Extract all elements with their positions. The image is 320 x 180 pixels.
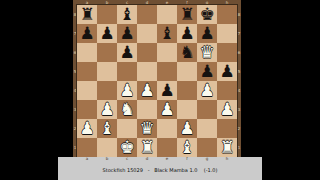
square-f8[interactable]: ♜: [177, 5, 197, 24]
square-b2[interactable]: ♝: [97, 119, 117, 138]
square-g1[interactable]: [197, 138, 217, 157]
white-pawn-c4[interactable]: ♟: [119, 81, 134, 100]
coord-label-7: 7: [237, 24, 241, 43]
coord-label-f: f: [177, 156, 197, 161]
square-g3[interactable]: [197, 100, 217, 119]
coord-label-b: b: [97, 156, 117, 161]
coord-label-1: 1: [237, 138, 241, 157]
square-a7[interactable]: ♟: [77, 24, 97, 43]
square-c7[interactable]: ♟: [117, 24, 137, 43]
square-f2[interactable]: ♟: [177, 119, 197, 138]
black-pawn-c7[interactable]: ♟: [119, 24, 134, 43]
white-king-c1[interactable]: ♚: [119, 138, 134, 157]
square-b7[interactable]: ♟: [97, 24, 117, 43]
square-a1[interactable]: [77, 138, 97, 157]
coord-label-4: 4: [237, 81, 241, 100]
white-pawn-e3[interactable]: ♟: [159, 100, 174, 119]
square-a6[interactable]: [77, 43, 97, 62]
black-pawn-g5[interactable]: ♟: [199, 62, 214, 81]
square-g2[interactable]: [197, 119, 217, 138]
white-rook-h1[interactable]: ♜: [219, 138, 234, 157]
square-d4[interactable]: ♟: [137, 81, 157, 100]
black-pawn-g7[interactable]: ♟: [199, 24, 214, 43]
black-rook-f8[interactable]: ♜: [179, 5, 194, 24]
square-f6[interactable]: ♞: [177, 43, 197, 62]
square-a8[interactable]: ♜: [77, 5, 97, 24]
square-b3[interactable]: ♟: [97, 100, 117, 119]
square-f4[interactable]: [177, 81, 197, 100]
square-e6[interactable]: [157, 43, 177, 62]
square-c8[interactable]: ♝: [117, 5, 137, 24]
coord-label-2: 2: [237, 119, 241, 138]
square-e2[interactable]: [157, 119, 177, 138]
video-frame: abcdefgh 87654321 ♜♝♜♚♟♟♟♝♟♟♟♞♛♟♟♟♟♟♟♟♞♟…: [0, 0, 320, 180]
square-c1[interactable]: ♚: [117, 138, 137, 157]
black-bishop-e7[interactable]: ♝: [159, 24, 174, 43]
square-c4[interactable]: ♟: [117, 81, 137, 100]
square-g6[interactable]: ♛: [197, 43, 217, 62]
coord-label-c: c: [117, 156, 137, 161]
square-h7[interactable]: [217, 24, 237, 43]
square-h5[interactable]: ♟: [217, 62, 237, 81]
coord-label-d: d: [137, 156, 157, 161]
white-bishop-f1[interactable]: ♝: [179, 138, 194, 157]
white-rook-d1[interactable]: ♜: [139, 138, 154, 157]
square-g8[interactable]: ♚: [197, 5, 217, 24]
square-g4[interactable]: ♟: [197, 81, 217, 100]
black-pawn-e4[interactable]: ♟: [159, 81, 174, 100]
square-f7[interactable]: ♟: [177, 24, 197, 43]
white-pawn-b3[interactable]: ♟: [99, 100, 114, 119]
white-pawn-g4[interactable]: ♟: [199, 81, 214, 100]
black-pawn-c6[interactable]: ♟: [119, 43, 134, 62]
white-queen-d2[interactable]: ♛: [139, 119, 154, 138]
square-d1[interactable]: ♜: [137, 138, 157, 157]
square-h2[interactable]: [217, 119, 237, 138]
black-pawn-h5[interactable]: ♟: [219, 62, 234, 81]
square-f1[interactable]: ♝: [177, 138, 197, 157]
coord-label-a: a: [77, 156, 97, 161]
square-b5[interactable]: [97, 62, 117, 81]
players-header: Stockfish 15029 - Black Mamba 1.0 (-1.0): [58, 168, 262, 174]
square-e3[interactable]: ♟: [157, 100, 177, 119]
square-d8[interactable]: [137, 5, 157, 24]
white-pawn-d4[interactable]: ♟: [139, 81, 154, 100]
white-bishop-b2[interactable]: ♝: [99, 119, 114, 138]
square-d6[interactable]: [137, 43, 157, 62]
square-f5[interactable]: [177, 62, 197, 81]
square-e1[interactable]: [157, 138, 177, 157]
coord-label-h: h: [217, 156, 237, 161]
square-d2[interactable]: ♛: [137, 119, 157, 138]
square-h3[interactable]: ♟: [217, 100, 237, 119]
square-h4[interactable]: [217, 81, 237, 100]
coord-label-8: 8: [237, 5, 241, 24]
chess-board: abcdefgh 87654321 ♜♝♜♚♟♟♟♝♟♟♟♞♛♟♟♟♟♟♟♟♞♟…: [73, 0, 241, 157]
square-b8[interactable]: [97, 5, 117, 24]
coord-label-3: 3: [237, 100, 241, 119]
white-pawn-f2[interactable]: ♟: [179, 119, 194, 138]
square-b4[interactable]: [97, 81, 117, 100]
square-d5[interactable]: [137, 62, 157, 81]
square-e7[interactable]: ♝: [157, 24, 177, 43]
coord-label-5: 5: [237, 62, 241, 81]
square-g7[interactable]: ♟: [197, 24, 217, 43]
square-f3[interactable]: [177, 100, 197, 119]
square-b6[interactable]: [97, 43, 117, 62]
board-grid: ♜♝♜♚♟♟♟♝♟♟♟♞♛♟♟♟♟♟♟♟♞♟♟♟♝♛♟♚♜♝♜: [77, 5, 237, 157]
square-b1[interactable]: [97, 138, 117, 157]
square-c6[interactable]: ♟: [117, 43, 137, 62]
square-e5[interactable]: [157, 62, 177, 81]
black-pawn-b7[interactable]: ♟: [99, 24, 114, 43]
square-h6[interactable]: [217, 43, 237, 62]
black-rook-a8[interactable]: ♜: [79, 5, 94, 24]
square-h8[interactable]: [217, 5, 237, 24]
black-pawn-a7[interactable]: ♟: [79, 24, 94, 43]
square-d7[interactable]: [137, 24, 157, 43]
square-a5[interactable]: [77, 62, 97, 81]
coord-label-e: e: [157, 156, 177, 161]
square-a3[interactable]: [77, 100, 97, 119]
square-c2[interactable]: [117, 119, 137, 138]
square-c3[interactable]: ♞: [117, 100, 137, 119]
rank-labels-right: 87654321: [237, 5, 241, 157]
square-h1[interactable]: ♜: [217, 138, 237, 157]
black-bishop-c8[interactable]: ♝: [119, 5, 134, 24]
white-knight-c3[interactable]: ♞: [119, 100, 134, 119]
file-labels-bottom: abcdefgh: [77, 156, 237, 161]
square-e4[interactable]: ♟: [157, 81, 177, 100]
square-a4[interactable]: [77, 81, 97, 100]
black-king-g8[interactable]: ♚: [199, 5, 214, 24]
square-a2[interactable]: ♟: [77, 119, 97, 138]
black-knight-f6[interactable]: ♞: [179, 43, 194, 62]
coord-label-6: 6: [237, 43, 241, 62]
white-pawn-a2[interactable]: ♟: [79, 119, 94, 138]
square-c5[interactable]: [117, 62, 137, 81]
square-d3[interactable]: [137, 100, 157, 119]
coord-label-g: g: [197, 156, 217, 161]
square-g5[interactable]: ♟: [197, 62, 217, 81]
white-pawn-h3[interactable]: ♟: [219, 100, 234, 119]
black-pawn-f7[interactable]: ♟: [179, 24, 194, 43]
square-e8[interactable]: [157, 5, 177, 24]
white-queen-g6[interactable]: ♛: [199, 43, 214, 62]
